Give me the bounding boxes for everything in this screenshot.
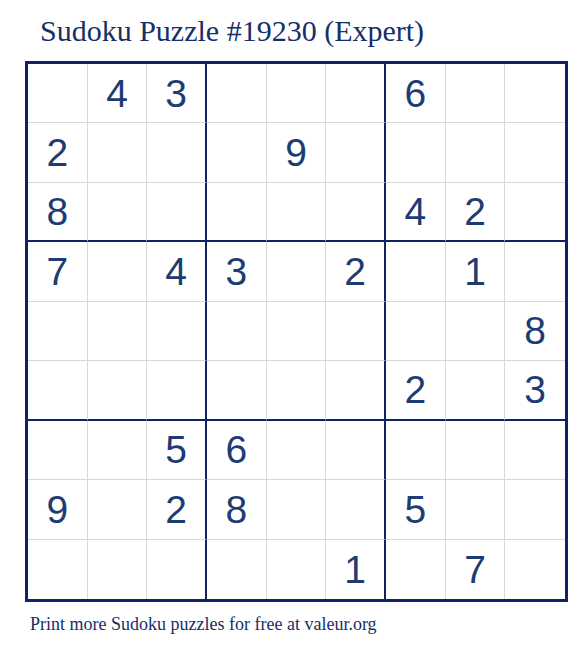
cell-r7c3[interactable]: 5	[147, 421, 207, 480]
cell-r5c5[interactable]	[267, 302, 327, 361]
cell-r3c4[interactable]	[207, 183, 267, 242]
cell-r7c5[interactable]	[267, 421, 327, 480]
cell-r6c6[interactable]	[326, 361, 386, 420]
cell-r3c5[interactable]	[267, 183, 327, 242]
cell-r6c7[interactable]: 2	[386, 361, 446, 420]
cell-r9c7[interactable]	[386, 540, 446, 599]
cell-r6c8[interactable]	[446, 361, 506, 420]
cell-r5c1[interactable]	[28, 302, 88, 361]
cell-r2c3[interactable]	[147, 123, 207, 182]
cell-r1c2[interactable]: 4	[88, 64, 148, 123]
cell-r7c1[interactable]	[28, 421, 88, 480]
cell-r4c7[interactable]	[386, 242, 446, 301]
cell-r5c3[interactable]	[147, 302, 207, 361]
cell-r5c9[interactable]: 8	[505, 302, 565, 361]
cell-r8c7[interactable]: 5	[386, 480, 446, 539]
cell-r8c8[interactable]	[446, 480, 506, 539]
cell-r8c3[interactable]: 2	[147, 480, 207, 539]
cell-r9c9[interactable]	[505, 540, 565, 599]
cell-r5c2[interactable]	[88, 302, 148, 361]
cell-r6c4[interactable]	[207, 361, 267, 420]
cell-r5c7[interactable]	[386, 302, 446, 361]
cell-r1c8[interactable]	[446, 64, 506, 123]
cell-r4c8[interactable]: 1	[446, 242, 506, 301]
cell-r9c3[interactable]	[147, 540, 207, 599]
cell-r6c9[interactable]: 3	[505, 361, 565, 420]
cell-r3c2[interactable]	[88, 183, 148, 242]
sudoku-page: Sudoku Puzzle #19230 (Expert) 4362984274…	[0, 0, 580, 651]
cell-r8c1[interactable]: 9	[28, 480, 88, 539]
cell-r9c8[interactable]: 7	[446, 540, 506, 599]
cell-r8c5[interactable]	[267, 480, 327, 539]
cell-r2c5[interactable]: 9	[267, 123, 327, 182]
cell-r1c3[interactable]: 3	[147, 64, 207, 123]
cell-r3c3[interactable]	[147, 183, 207, 242]
cell-r9c2[interactable]	[88, 540, 148, 599]
cell-r2c9[interactable]	[505, 123, 565, 182]
cell-r2c1[interactable]: 2	[28, 123, 88, 182]
cell-r6c3[interactable]	[147, 361, 207, 420]
cell-r4c4[interactable]: 3	[207, 242, 267, 301]
cell-r7c6[interactable]	[326, 421, 386, 480]
cell-r7c8[interactable]	[446, 421, 506, 480]
cell-r2c4[interactable]	[207, 123, 267, 182]
cell-r4c5[interactable]	[267, 242, 327, 301]
cell-r1c4[interactable]	[207, 64, 267, 123]
cell-r9c4[interactable]	[207, 540, 267, 599]
cell-r2c8[interactable]	[446, 123, 506, 182]
cell-r2c2[interactable]	[88, 123, 148, 182]
cell-r8c9[interactable]	[505, 480, 565, 539]
cell-r4c2[interactable]	[88, 242, 148, 301]
cell-r3c1[interactable]: 8	[28, 183, 88, 242]
cell-r1c5[interactable]	[267, 64, 327, 123]
cell-r9c6[interactable]: 1	[326, 540, 386, 599]
cell-r2c7[interactable]	[386, 123, 446, 182]
cell-r4c9[interactable]	[505, 242, 565, 301]
cell-r7c9[interactable]	[505, 421, 565, 480]
footer-note: Print more Sudoku puzzles for free at va…	[30, 614, 377, 635]
cell-r4c1[interactable]: 7	[28, 242, 88, 301]
cell-r6c2[interactable]	[88, 361, 148, 420]
cell-r8c6[interactable]	[326, 480, 386, 539]
cell-r8c2[interactable]	[88, 480, 148, 539]
cell-r1c6[interactable]	[326, 64, 386, 123]
cell-r1c7[interactable]: 6	[386, 64, 446, 123]
cell-r4c3[interactable]: 4	[147, 242, 207, 301]
cell-r9c1[interactable]	[28, 540, 88, 599]
cell-r6c1[interactable]	[28, 361, 88, 420]
cell-r3c9[interactable]	[505, 183, 565, 242]
sudoku-board: 436298427432182356928517	[25, 61, 568, 602]
cell-r5c8[interactable]	[446, 302, 506, 361]
cell-r8c4[interactable]: 8	[207, 480, 267, 539]
cell-r6c5[interactable]	[267, 361, 327, 420]
cell-r3c8[interactable]: 2	[446, 183, 506, 242]
cell-r7c7[interactable]	[386, 421, 446, 480]
page-title: Sudoku Puzzle #19230 (Expert)	[40, 14, 424, 48]
cell-r2c6[interactable]	[326, 123, 386, 182]
cell-r3c7[interactable]: 4	[386, 183, 446, 242]
cell-r7c4[interactable]: 6	[207, 421, 267, 480]
cell-r5c4[interactable]	[207, 302, 267, 361]
cell-r4c6[interactable]: 2	[326, 242, 386, 301]
cell-r1c1[interactable]	[28, 64, 88, 123]
cell-r5c6[interactable]	[326, 302, 386, 361]
cell-r3c6[interactable]	[326, 183, 386, 242]
cell-r9c5[interactable]	[267, 540, 327, 599]
cell-r7c2[interactable]	[88, 421, 148, 480]
cell-r1c9[interactable]	[505, 64, 565, 123]
